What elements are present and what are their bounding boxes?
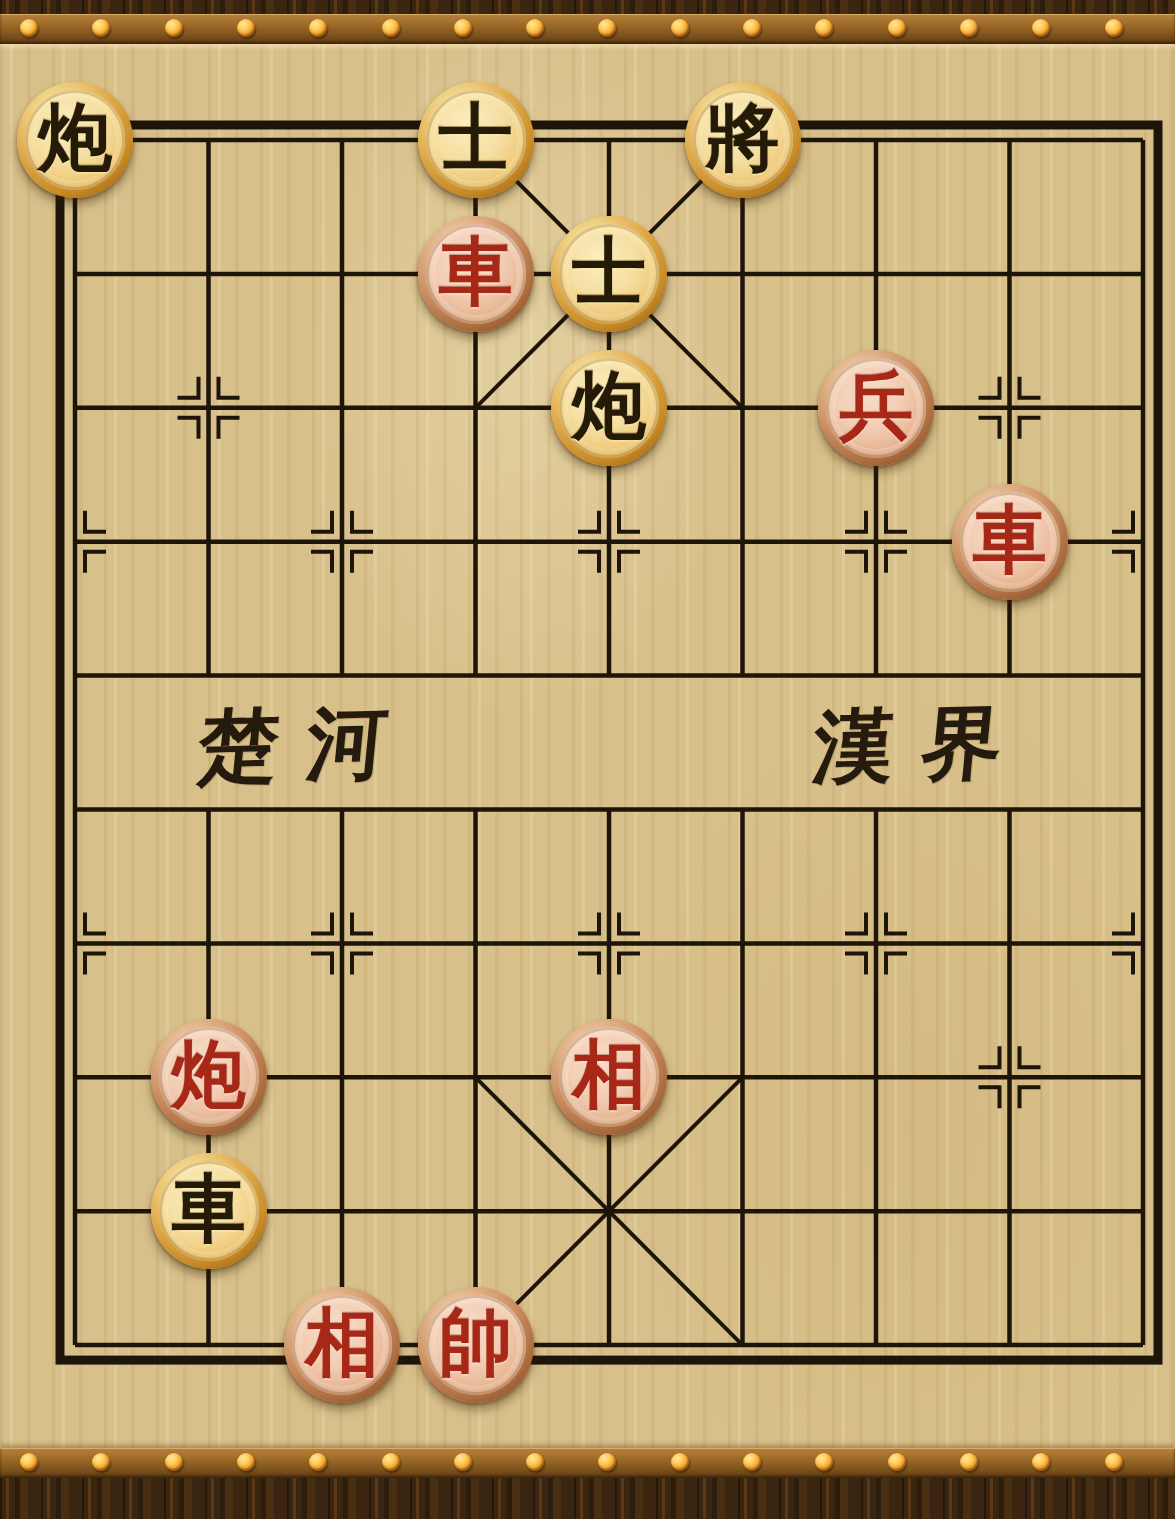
piece-face: 炮 [159, 1027, 259, 1127]
rivet-stud-icon [454, 1453, 472, 1471]
rivet-band-bottom [0, 1448, 1175, 1478]
piece-red-chariot[interactable]: 車 [418, 216, 534, 332]
piece-face: 炮 [25, 90, 125, 190]
rivet-stud-icon [165, 1453, 183, 1471]
rivet-stud-icon [20, 1453, 38, 1471]
piece-glyph: 炮 [38, 101, 112, 179]
rivet-stud-icon [743, 1453, 761, 1471]
piece-black-advisor[interactable]: 士 [418, 82, 534, 198]
piece-face: 將 [693, 90, 793, 190]
rivet-stud-icon [526, 1453, 544, 1471]
piece-glyph: 將 [706, 101, 780, 179]
rivet-stud-icon [671, 1453, 689, 1471]
piece-face: 相 [559, 1027, 659, 1127]
piece-glyph: 相 [305, 1306, 379, 1384]
piece-face: 炮 [559, 358, 659, 458]
piece-face: 士 [559, 224, 659, 324]
piece-red-chariot[interactable]: 車 [952, 484, 1068, 600]
piece-face: 車 [159, 1161, 259, 1261]
rivet-stud-icon [960, 1453, 978, 1471]
piece-glyph: 車 [973, 503, 1047, 581]
piece-black-cannon[interactable]: 炮 [551, 350, 667, 466]
rivet-stud-icon [815, 1453, 833, 1471]
frame-wood-bottom [0, 1478, 1175, 1519]
rivet-stud-icon [309, 1453, 327, 1471]
piece-red-general[interactable]: 帥 [418, 1287, 534, 1403]
piece-face: 車 [426, 224, 526, 324]
rivet-stud-icon [1105, 1453, 1123, 1471]
piece-face: 兵 [826, 358, 926, 458]
piece-glyph: 炮 [572, 369, 646, 447]
rivet-stud-icon [382, 1453, 400, 1471]
piece-face: 帥 [426, 1295, 526, 1395]
rivet-stud-icon [1032, 1453, 1050, 1471]
pieces-layer: 炮士將車士炮兵車炮相車相帥 [0, 0, 1175, 1519]
piece-face: 相 [292, 1295, 392, 1395]
piece-red-soldier[interactable]: 兵 [818, 350, 934, 466]
piece-red-cannon[interactable]: 炮 [151, 1019, 267, 1135]
rivet-stud-icon [888, 1453, 906, 1471]
piece-black-advisor[interactable]: 士 [551, 216, 667, 332]
piece-glyph: 士 [439, 101, 513, 179]
piece-face: 車 [960, 492, 1060, 592]
piece-black-chariot[interactable]: 車 [151, 1153, 267, 1269]
piece-glyph: 相 [572, 1038, 646, 1116]
piece-black-general[interactable]: 將 [685, 82, 801, 198]
piece-glyph: 炮 [172, 1038, 246, 1116]
rivet-stud-icon [598, 1453, 616, 1471]
piece-glyph: 士 [572, 235, 646, 313]
xiangqi-app: 楚河 漢界 炮士將車士炮兵車炮相車相帥 [0, 0, 1175, 1519]
piece-glyph: 車 [439, 235, 513, 313]
piece-face: 士 [426, 90, 526, 190]
piece-black-cannon[interactable]: 炮 [17, 82, 133, 198]
piece-glyph: 車 [172, 1172, 246, 1250]
rivet-stud-icon [237, 1453, 255, 1471]
piece-glyph: 兵 [839, 369, 913, 447]
piece-red-elephant[interactable]: 相 [284, 1287, 400, 1403]
rivet-stud-icon [92, 1453, 110, 1471]
piece-red-elephant[interactable]: 相 [551, 1019, 667, 1135]
piece-glyph: 帥 [439, 1306, 513, 1384]
